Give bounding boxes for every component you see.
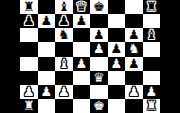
square-b7[interactable]: ♟ bbox=[38, 14, 56, 28]
square-g1[interactable] bbox=[125, 99, 143, 113]
square-f3[interactable] bbox=[108, 71, 126, 85]
square-b2[interactable]: ♟ bbox=[38, 85, 56, 99]
square-c2[interactable]: ♟ bbox=[55, 85, 73, 99]
square-f1[interactable] bbox=[108, 99, 126, 113]
square-e6[interactable]: ♟ bbox=[90, 28, 108, 42]
square-f5[interactable]: ♟ bbox=[108, 42, 126, 56]
square-g8[interactable] bbox=[125, 0, 143, 14]
white-pawn[interactable]: ♟ bbox=[23, 85, 35, 99]
square-d3[interactable] bbox=[73, 71, 91, 85]
square-g2[interactable]: ♟ bbox=[125, 85, 143, 99]
black-pawn[interactable]: ♟ bbox=[128, 57, 140, 71]
square-g5[interactable]: ♞ bbox=[125, 42, 143, 56]
square-h1[interactable]: ♜ bbox=[143, 99, 161, 113]
white-pawn[interactable]: ♟ bbox=[93, 42, 105, 56]
black-king[interactable]: ♚ bbox=[93, 0, 105, 14]
black-pawn[interactable]: ♟ bbox=[58, 14, 70, 28]
square-a5[interactable] bbox=[20, 42, 38, 56]
square-h7[interactable] bbox=[143, 14, 161, 28]
white-pawn[interactable]: ♟ bbox=[128, 85, 140, 99]
black-pawn[interactable]: ♟ bbox=[23, 14, 35, 28]
square-c3[interactable] bbox=[55, 71, 73, 85]
black-pawn[interactable]: ♟ bbox=[40, 14, 52, 28]
square-b6[interactable] bbox=[38, 28, 56, 42]
square-e7[interactable] bbox=[90, 14, 108, 28]
square-e1[interactable]: ♚ bbox=[90, 99, 108, 113]
square-a7[interactable]: ♟ bbox=[20, 14, 38, 28]
square-f2[interactable] bbox=[108, 85, 126, 99]
square-d6[interactable] bbox=[73, 28, 91, 42]
black-rook[interactable]: ♜ bbox=[23, 0, 35, 14]
square-c1[interactable] bbox=[55, 99, 73, 113]
square-c7[interactable]: ♟ bbox=[55, 14, 73, 28]
black-knight[interactable]: ♞ bbox=[58, 28, 70, 42]
square-a2[interactable]: ♟ bbox=[20, 85, 38, 99]
black-bishop[interactable]: ♝ bbox=[145, 28, 157, 42]
black-pawn[interactable]: ♟ bbox=[93, 28, 105, 42]
square-c5[interactable] bbox=[55, 42, 73, 56]
square-h4[interactable] bbox=[143, 57, 161, 71]
square-b3[interactable] bbox=[38, 71, 56, 85]
white-pawn[interactable]: ♟ bbox=[58, 85, 70, 99]
black-bishop[interactable]: ♝ bbox=[58, 0, 70, 14]
square-f6[interactable] bbox=[108, 28, 126, 42]
black-rook[interactable]: ♜ bbox=[145, 0, 157, 14]
square-d8[interactable]: ♛ bbox=[73, 0, 91, 14]
square-d4[interactable]: ♟ bbox=[73, 57, 91, 71]
square-b8[interactable] bbox=[38, 0, 56, 14]
square-e8[interactable]: ♚ bbox=[90, 0, 108, 14]
square-c4[interactable]: ♝ bbox=[55, 57, 73, 71]
black-pawn[interactable]: ♟ bbox=[128, 28, 140, 42]
square-d2[interactable] bbox=[73, 85, 91, 99]
square-b4[interactable] bbox=[38, 57, 56, 71]
white-pawn[interactable]: ♟ bbox=[75, 57, 87, 71]
square-c8[interactable]: ♝ bbox=[55, 0, 73, 14]
square-d1[interactable] bbox=[73, 99, 91, 113]
white-rook[interactable]: ♜ bbox=[145, 99, 157, 113]
square-a8[interactable]: ♜ bbox=[20, 0, 38, 14]
square-f8[interactable] bbox=[108, 0, 126, 14]
square-e3[interactable]: ♛ bbox=[90, 71, 108, 85]
square-g7[interactable] bbox=[125, 14, 143, 28]
white-rook[interactable]: ♜ bbox=[23, 99, 35, 113]
square-b1[interactable] bbox=[38, 99, 56, 113]
square-h8[interactable]: ♜ bbox=[143, 0, 161, 14]
square-a6[interactable] bbox=[20, 28, 38, 42]
black-pawn[interactable]: ♟ bbox=[110, 42, 122, 56]
square-g3[interactable] bbox=[125, 71, 143, 85]
square-g4[interactable]: ♟ bbox=[125, 57, 143, 71]
square-a1[interactable]: ♜ bbox=[20, 99, 38, 113]
square-h6[interactable]: ♝ bbox=[143, 28, 161, 42]
white-bishop[interactable]: ♝ bbox=[58, 57, 70, 71]
square-a3[interactable] bbox=[20, 71, 38, 85]
white-pawn[interactable]: ♟ bbox=[110, 57, 122, 71]
square-h2[interactable]: ♟ bbox=[143, 85, 161, 99]
white-queen[interactable]: ♛ bbox=[93, 71, 105, 85]
square-d7[interactable]: ♟ bbox=[73, 14, 91, 28]
white-pawn[interactable]: ♟ bbox=[145, 85, 157, 99]
square-e4[interactable] bbox=[90, 57, 108, 71]
square-f4[interactable]: ♟ bbox=[108, 57, 126, 71]
app-background: ♜♝♛♚♜♟♟♟♟♞♟♟♝♟♟♞♝♟♟♟♛♟♟♟♟♟♜♚♜ bbox=[0, 0, 180, 113]
square-h5[interactable] bbox=[143, 42, 161, 56]
black-pawn[interactable]: ♟ bbox=[75, 14, 87, 28]
black-queen[interactable]: ♛ bbox=[75, 0, 87, 14]
square-h3[interactable] bbox=[143, 71, 161, 85]
white-pawn[interactable]: ♟ bbox=[40, 85, 52, 99]
square-b5[interactable] bbox=[38, 42, 56, 56]
square-c6[interactable]: ♞ bbox=[55, 28, 73, 42]
chess-board: ♜♝♛♚♜♟♟♟♟♞♟♟♝♟♟♞♝♟♟♟♛♟♟♟♟♟♜♚♜ bbox=[20, 0, 160, 113]
white-knight[interactable]: ♞ bbox=[128, 42, 140, 56]
square-e5[interactable]: ♟ bbox=[90, 42, 108, 56]
white-king[interactable]: ♚ bbox=[93, 99, 105, 113]
square-a4[interactable] bbox=[20, 57, 38, 71]
square-g6[interactable]: ♟ bbox=[125, 28, 143, 42]
square-d5[interactable] bbox=[73, 42, 91, 56]
square-f7[interactable] bbox=[108, 14, 126, 28]
square-e2[interactable] bbox=[90, 85, 108, 99]
